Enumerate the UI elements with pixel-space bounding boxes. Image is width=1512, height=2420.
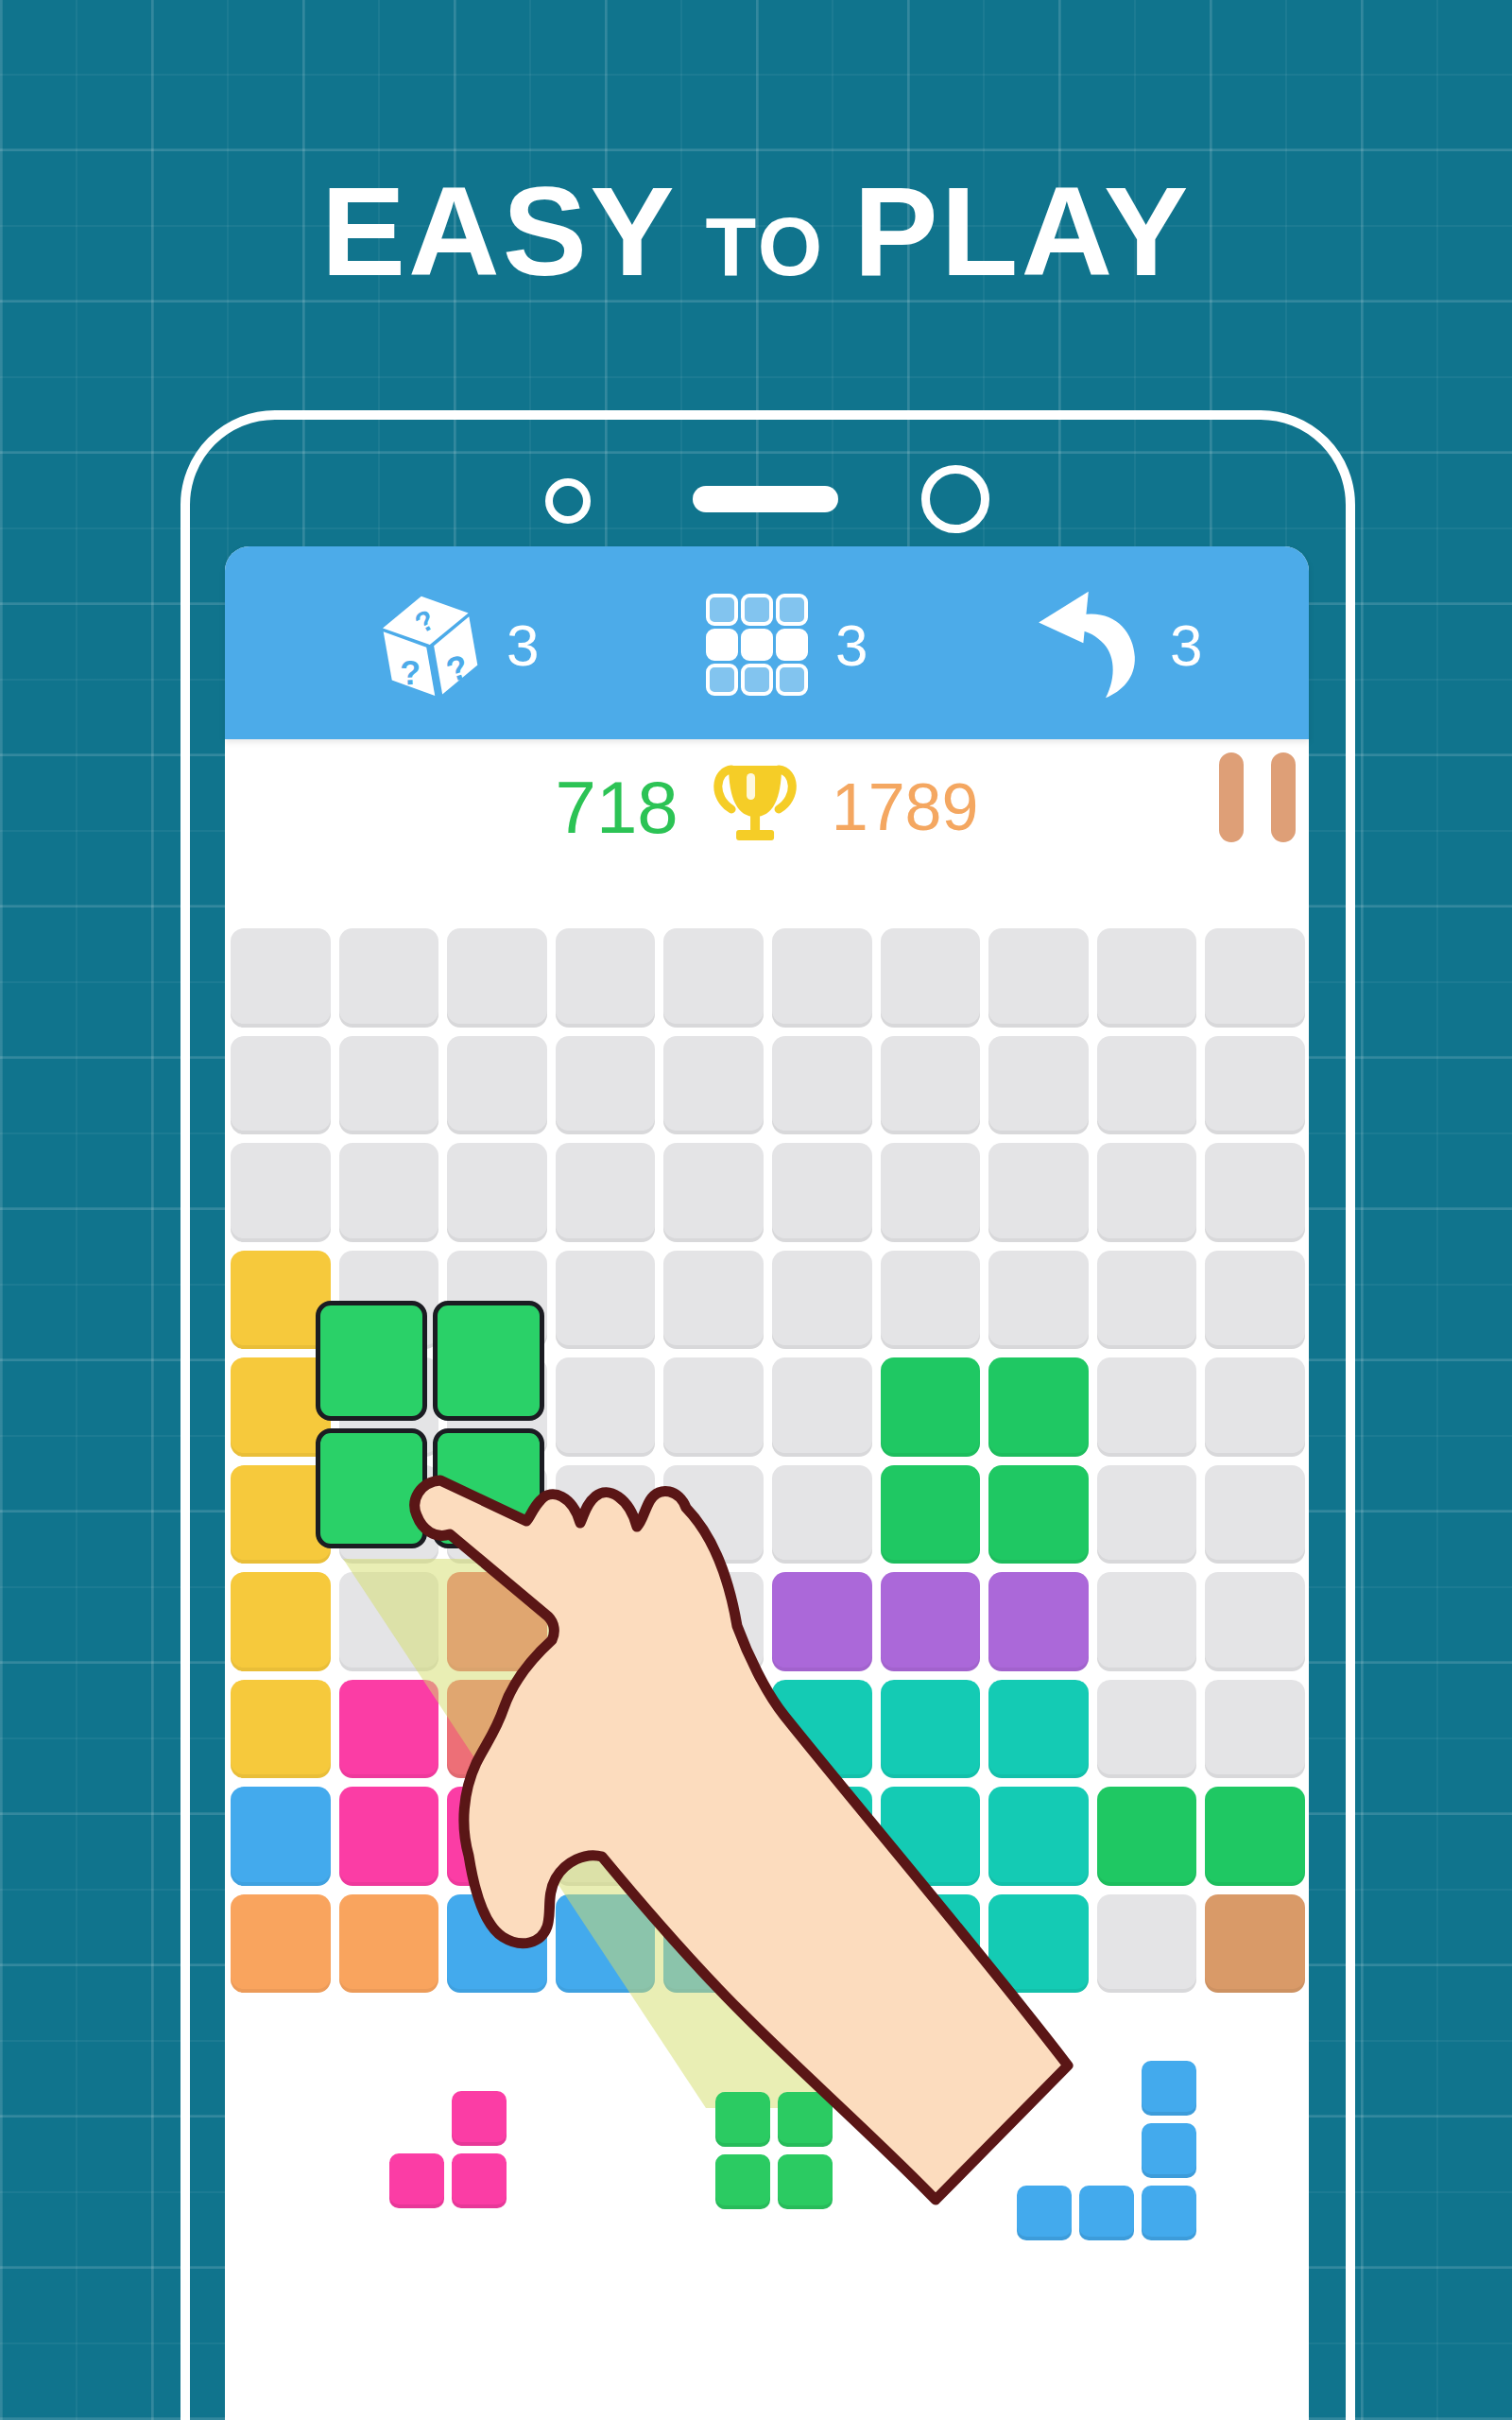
board-cell[interactable] bbox=[231, 1572, 331, 1671]
board-cell[interactable] bbox=[231, 1143, 331, 1242]
board-cell[interactable] bbox=[988, 1143, 1089, 1242]
tray-piece-cell bbox=[715, 2092, 770, 2147]
board-cell[interactable] bbox=[1097, 1036, 1197, 1135]
board-cell[interactable] bbox=[663, 928, 764, 1028]
row-clear-count: 3 bbox=[835, 616, 868, 675]
board-cell[interactable] bbox=[881, 1680, 981, 1779]
board-cell[interactable] bbox=[1205, 1465, 1305, 1564]
board-cell[interactable] bbox=[339, 1680, 439, 1779]
board-cell[interactable] bbox=[339, 1572, 439, 1671]
speaker-slot bbox=[693, 486, 838, 512]
board-cell[interactable] bbox=[881, 928, 981, 1028]
board-cell[interactable] bbox=[231, 1894, 331, 1994]
board-cell[interactable] bbox=[556, 1251, 656, 1350]
current-score: 718 bbox=[556, 770, 679, 844]
board-cell[interactable] bbox=[663, 1036, 764, 1135]
board-cell[interactable] bbox=[1097, 928, 1197, 1028]
headline-word: TO bbox=[706, 205, 826, 288]
board-cell[interactable] bbox=[1097, 1680, 1197, 1779]
board-cell[interactable] bbox=[988, 1894, 1089, 1994]
dragged-piece[interactable] bbox=[316, 1301, 544, 1548]
tray-piece-cell bbox=[452, 2091, 507, 2146]
board-cell[interactable] bbox=[881, 1143, 981, 1242]
board-cell[interactable] bbox=[663, 1680, 764, 1779]
board-cell[interactable] bbox=[231, 928, 331, 1028]
tray-piece-cell bbox=[1079, 2186, 1134, 2240]
board-cell[interactable] bbox=[988, 1357, 1089, 1457]
tray-piece-cell bbox=[1079, 2123, 1134, 2178]
tray-piece-cell bbox=[452, 2153, 507, 2208]
board-cell[interactable] bbox=[1097, 1143, 1197, 1242]
board-cell[interactable] bbox=[881, 1465, 981, 1564]
board-cell[interactable] bbox=[772, 1357, 872, 1457]
board-cell[interactable] bbox=[339, 1894, 439, 1994]
dragged-piece-cell bbox=[316, 1301, 427, 1421]
tray-piece-cell bbox=[389, 2153, 444, 2208]
board-cell[interactable] bbox=[772, 1894, 872, 1994]
board-cell[interactable] bbox=[663, 1787, 764, 1886]
board-cell[interactable] bbox=[231, 1787, 331, 1886]
pause-button[interactable] bbox=[1219, 752, 1298, 845]
board-cell[interactable] bbox=[556, 1143, 656, 1242]
board-cell[interactable] bbox=[447, 1572, 547, 1671]
tray-piece-cell bbox=[1017, 2061, 1072, 2116]
board-cell[interactable] bbox=[772, 1251, 872, 1350]
promo-background: EASY TO PLAY ? ? ? 3 bbox=[0, 0, 1512, 2420]
board-cell[interactable] bbox=[447, 1787, 547, 1886]
board-cell[interactable] bbox=[881, 1357, 981, 1457]
board-cell[interactable] bbox=[556, 1572, 656, 1671]
board-cell[interactable] bbox=[1205, 1036, 1305, 1135]
board-cell[interactable] bbox=[339, 928, 439, 1028]
tray-piece-cell bbox=[778, 2154, 833, 2209]
board-cell[interactable] bbox=[988, 928, 1089, 1028]
tray-piece-cell bbox=[1017, 2123, 1072, 2178]
tray-piece-cell bbox=[389, 2091, 444, 2146]
board-cell[interactable] bbox=[881, 1251, 981, 1350]
pause-bar bbox=[1219, 752, 1244, 842]
board-cell[interactable] bbox=[772, 1143, 872, 1242]
board-cell[interactable] bbox=[339, 1036, 439, 1135]
tray-piece-cell bbox=[1079, 2061, 1134, 2116]
board-cell[interactable] bbox=[772, 1680, 872, 1779]
board-cell[interactable] bbox=[772, 1465, 872, 1564]
board-cell[interactable] bbox=[1097, 1572, 1197, 1671]
undo-arrow-icon bbox=[1030, 590, 1143, 701]
board-cell[interactable] bbox=[556, 928, 656, 1028]
tray-piece-cell bbox=[778, 2092, 833, 2147]
row-clear-button[interactable]: 3 bbox=[705, 575, 868, 717]
board-cell[interactable] bbox=[988, 1572, 1089, 1671]
board-cell[interactable] bbox=[1205, 928, 1305, 1028]
board-cell[interactable] bbox=[988, 1787, 1089, 1886]
board-cell[interactable] bbox=[988, 1465, 1089, 1564]
board-cell[interactable] bbox=[556, 1357, 656, 1457]
row-clear-grid-icon bbox=[705, 593, 809, 699]
tray-piece-j-pentomino[interactable] bbox=[1017, 2061, 1196, 2240]
mystery-dice-icon: ? ? ? bbox=[381, 590, 480, 701]
board-cell[interactable] bbox=[1205, 1572, 1305, 1671]
board-cell[interactable] bbox=[447, 928, 547, 1028]
board-cell[interactable] bbox=[1097, 1894, 1197, 1994]
tray-piece-cell bbox=[1142, 2061, 1196, 2116]
trophy-icon bbox=[713, 762, 798, 852]
score-bar: 718 1789 bbox=[225, 739, 1309, 926]
board-cell[interactable] bbox=[339, 1143, 439, 1242]
tray-piece-cell bbox=[1017, 2186, 1072, 2240]
pause-bar bbox=[1271, 752, 1296, 842]
tray-piece-cell bbox=[1142, 2186, 1196, 2240]
board-cell[interactable] bbox=[556, 1787, 656, 1886]
dragged-piece-cell bbox=[316, 1428, 427, 1548]
tray-piece-cell bbox=[1142, 2123, 1196, 2178]
board-cell[interactable] bbox=[231, 1680, 331, 1779]
board-cell[interactable] bbox=[447, 1143, 547, 1242]
board-cell[interactable] bbox=[663, 1465, 764, 1564]
undo-button[interactable]: 3 bbox=[1030, 575, 1202, 717]
mystery-dice-button[interactable]: ? ? ? 3 bbox=[381, 575, 539, 717]
powerup-bar: ? ? ? 3 bbox=[225, 546, 1309, 739]
board-cell[interactable] bbox=[663, 1357, 764, 1457]
board-cell[interactable] bbox=[447, 1680, 547, 1779]
board-cell[interactable] bbox=[663, 1572, 764, 1671]
board-cell[interactable] bbox=[988, 1251, 1089, 1350]
board-cell[interactable] bbox=[881, 1036, 981, 1135]
headline-word: PLAY bbox=[853, 168, 1191, 295]
board-cell[interactable] bbox=[556, 1894, 656, 1994]
dice-count: 3 bbox=[507, 616, 539, 675]
board-cell[interactable] bbox=[663, 1894, 764, 1994]
svg-text:?: ? bbox=[400, 653, 421, 693]
board-cell[interactable] bbox=[1205, 1251, 1305, 1350]
tray-piece-square-2x2[interactable] bbox=[715, 2092, 833, 2209]
board-cell[interactable] bbox=[1205, 1143, 1305, 1242]
undo-count: 3 bbox=[1170, 616, 1202, 675]
board-cell[interactable] bbox=[663, 1143, 764, 1242]
board-cell[interactable] bbox=[772, 928, 872, 1028]
board-cell[interactable] bbox=[663, 1251, 764, 1350]
board-cell[interactable] bbox=[1205, 1894, 1305, 1994]
tray-piece-cell bbox=[715, 2154, 770, 2209]
board-cell[interactable] bbox=[447, 1894, 547, 1994]
front-camera-icon bbox=[545, 478, 591, 524]
dragged-piece-cell bbox=[433, 1428, 544, 1548]
board-cell[interactable] bbox=[339, 1787, 439, 1886]
board-cell[interactable] bbox=[556, 1036, 656, 1135]
board-cell[interactable] bbox=[447, 1036, 547, 1135]
board-cell[interactable] bbox=[1205, 1357, 1305, 1457]
board-cell[interactable] bbox=[881, 1894, 981, 1994]
board-cell[interactable] bbox=[772, 1787, 872, 1886]
board-cell[interactable] bbox=[231, 1036, 331, 1135]
dragged-piece-cell bbox=[433, 1301, 544, 1421]
board-cell[interactable] bbox=[556, 1465, 656, 1564]
tray-piece-corner-tromino[interactable] bbox=[389, 2091, 507, 2208]
board-cell[interactable] bbox=[881, 1572, 981, 1671]
front-camera-icon bbox=[921, 465, 989, 533]
headline-word: EASY bbox=[321, 168, 678, 295]
board-cell[interactable] bbox=[988, 1036, 1089, 1135]
board-cell[interactable] bbox=[881, 1787, 981, 1886]
board-cell[interactable] bbox=[1205, 1787, 1305, 1886]
board-cell[interactable] bbox=[1097, 1357, 1197, 1457]
headline: EASY TO PLAY bbox=[0, 168, 1512, 295]
board-cell[interactable] bbox=[1205, 1680, 1305, 1779]
board-cell[interactable] bbox=[772, 1036, 872, 1135]
board-cell[interactable] bbox=[1097, 1251, 1197, 1350]
best-score: 1789 bbox=[832, 774, 979, 840]
board-cell[interactable] bbox=[772, 1572, 872, 1671]
board-cell[interactable] bbox=[1097, 1787, 1197, 1886]
board-cell[interactable] bbox=[1097, 1465, 1197, 1564]
board-cell[interactable] bbox=[988, 1680, 1089, 1779]
board-cell[interactable] bbox=[556, 1680, 656, 1779]
